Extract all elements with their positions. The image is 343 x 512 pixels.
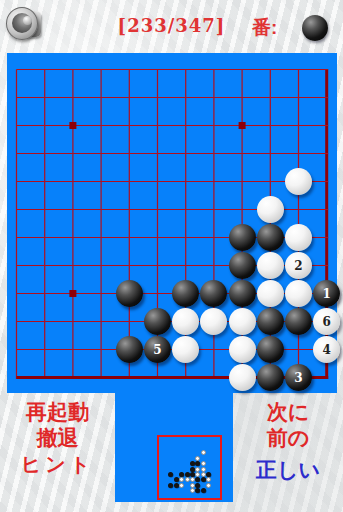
mini-black-stone	[174, 483, 179, 488]
black-stone	[229, 224, 256, 251]
mini-white-stone	[179, 483, 184, 488]
mini-black-stone	[195, 477, 200, 482]
mini-black-stone	[195, 488, 200, 493]
correct-button[interactable]: 正しい	[233, 457, 343, 483]
mini-white-stone	[185, 477, 190, 482]
turn-label: 番:	[252, 15, 277, 41]
white-stone	[285, 168, 312, 195]
black-stone	[200, 280, 227, 307]
white-stone	[257, 280, 284, 307]
mini-black-stone	[185, 472, 190, 477]
problem-thumbnail	[157, 435, 222, 500]
speaker-highlight	[23, 16, 32, 25]
white-stone	[285, 224, 312, 251]
mini-white-stone	[201, 461, 206, 466]
black-stone-move-1: 1	[313, 280, 340, 307]
undo-button[interactable]: 撤退	[0, 425, 115, 451]
mini-black-stone	[168, 472, 173, 477]
board-stones-grid[interactable]: 216543	[2, 56, 340, 392]
white-stone	[229, 364, 256, 391]
mini-white-stone	[201, 450, 206, 455]
black-stone	[257, 308, 284, 335]
mini-white-stone	[206, 477, 211, 482]
black-stone	[257, 364, 284, 391]
mini-black-stone	[195, 483, 200, 488]
speaker-icon[interactable]	[5, 4, 45, 44]
go-board[interactable]: 216543	[7, 53, 337, 393]
mini-white-stone	[190, 477, 195, 482]
restart-button[interactable]: 再起動	[0, 399, 115, 425]
mini-black-stone	[195, 461, 200, 466]
white-stone	[200, 308, 227, 335]
black-stone	[229, 252, 256, 279]
black-stone	[116, 280, 143, 307]
mini-white-stone	[201, 472, 206, 477]
mini-black-stone	[179, 472, 184, 477]
mini-white-stone	[201, 467, 206, 472]
black-stone	[257, 224, 284, 251]
mini-white-stone	[195, 467, 200, 472]
black-stone	[285, 308, 312, 335]
black-stone-move-3: 3	[285, 364, 312, 391]
problem-counter: [233/347]	[118, 15, 226, 36]
app-screen: [233/347] 番: 216543 再起動 撤退 ヒント 次に 前の 正しい	[0, 0, 343, 512]
black-stone	[257, 336, 284, 363]
mini-black-stone	[174, 477, 179, 482]
mini-white-stone	[206, 483, 211, 488]
mini-black-stone	[201, 477, 206, 482]
black-stone	[116, 336, 143, 363]
white-stone	[257, 196, 284, 223]
mini-black-stone	[206, 472, 211, 477]
white-stone	[172, 336, 199, 363]
next-button[interactable]: 次に	[233, 399, 343, 425]
black-stone-move-5: 5	[144, 336, 171, 363]
mini-black-stone	[190, 461, 195, 466]
mini-white-stone	[195, 472, 200, 477]
mini-black-stone	[168, 483, 173, 488]
thumbnail-panel	[115, 393, 233, 502]
right-button-column: 次に 前の 正しい	[233, 399, 343, 483]
white-stone-move-6: 6	[313, 308, 340, 335]
prev-button[interactable]: 前の	[233, 425, 343, 451]
mini-white-stone	[179, 477, 184, 482]
white-stone	[229, 308, 256, 335]
mini-white-stone	[195, 456, 200, 461]
white-stone-move-2: 2	[285, 252, 312, 279]
black-stone	[144, 308, 171, 335]
mini-black-stone	[201, 488, 206, 493]
white-stone-move-4: 4	[313, 336, 340, 363]
white-stone	[285, 280, 312, 307]
black-stone	[172, 280, 199, 307]
left-button-column: 再起動 撤退 ヒント	[0, 399, 115, 477]
top-bar: [233/347] 番:	[0, 0, 343, 53]
mini-white-stone	[190, 483, 195, 488]
mini-white-stone	[190, 488, 195, 493]
hint-button[interactable]: ヒント	[0, 451, 115, 477]
white-stone	[257, 252, 284, 279]
black-stone	[229, 280, 256, 307]
mini-black-stone	[190, 467, 195, 472]
turn-indicator-black-stone	[302, 15, 328, 41]
white-stone	[172, 308, 199, 335]
mini-black-stone	[190, 472, 195, 477]
white-stone	[229, 336, 256, 363]
